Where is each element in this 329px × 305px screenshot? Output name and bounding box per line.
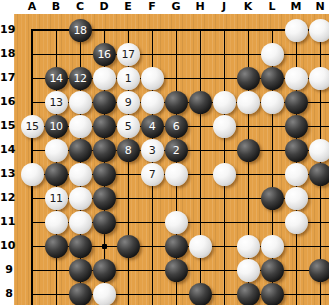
stone-white-K9[interactable] bbox=[237, 259, 260, 282]
col-label-M: M bbox=[286, 0, 306, 14]
stone-black-L12[interactable] bbox=[261, 187, 284, 210]
col-label-G: G bbox=[166, 0, 186, 14]
move-number-3: 3 bbox=[141, 139, 164, 162]
col-label-F: F bbox=[142, 0, 162, 14]
go-board-app: ABCDEFGHJKLMN 1918171615141312111098 181… bbox=[0, 0, 329, 305]
stone-white-G11[interactable] bbox=[165, 211, 188, 234]
stone-white-L10[interactable] bbox=[261, 235, 284, 258]
stone-white-B14[interactable] bbox=[45, 139, 68, 162]
stone-black-M14[interactable] bbox=[285, 139, 308, 162]
move-number-1: 1 bbox=[117, 67, 140, 90]
stone-black-L9[interactable] bbox=[261, 259, 284, 282]
stone-black-M15[interactable] bbox=[285, 115, 308, 138]
stone-white-F16[interactable] bbox=[141, 91, 164, 114]
move-number-13: 13 bbox=[45, 91, 68, 114]
stone-white-H10[interactable] bbox=[189, 235, 212, 258]
col-label-A: A bbox=[22, 0, 42, 14]
row-label-11: 11 bbox=[0, 215, 13, 229]
stone-white-B16[interactable]: 13 bbox=[45, 91, 68, 114]
move-number-16: 16 bbox=[93, 43, 116, 66]
grid-line-row-18 bbox=[31, 54, 329, 55]
grid-line-col-H bbox=[200, 29, 201, 305]
stone-black-B10[interactable] bbox=[45, 235, 68, 258]
stone-black-B15[interactable]: 10 bbox=[45, 115, 68, 138]
col-label-E: E bbox=[118, 0, 138, 14]
move-number-9: 9 bbox=[117, 91, 140, 114]
go-board[interactable]: 181617141211391510546832711 bbox=[14, 14, 329, 305]
stone-white-G13[interactable] bbox=[165, 163, 188, 186]
row-label-14: 14 bbox=[0, 143, 13, 157]
stone-black-B13[interactable] bbox=[45, 163, 68, 186]
stone-black-D15[interactable] bbox=[93, 115, 116, 138]
stone-white-F14[interactable]: 3 bbox=[141, 139, 164, 162]
stone-white-L16[interactable] bbox=[261, 91, 284, 114]
col-label-N: N bbox=[310, 0, 329, 14]
row-label-16: 16 bbox=[0, 95, 13, 109]
stone-white-K16[interactable] bbox=[237, 91, 260, 114]
row-label-18: 18 bbox=[0, 47, 13, 61]
move-number-2: 2 bbox=[165, 139, 188, 162]
row-label-15: 15 bbox=[0, 119, 13, 133]
stone-black-H8[interactable] bbox=[189, 283, 212, 305]
col-label-D: D bbox=[94, 0, 114, 14]
stone-black-D9[interactable] bbox=[93, 259, 116, 282]
stone-white-L18[interactable] bbox=[261, 43, 284, 66]
row-label-8: 8 bbox=[0, 287, 13, 301]
stone-black-D13[interactable] bbox=[93, 163, 116, 186]
stone-white-E15[interactable]: 5 bbox=[117, 115, 140, 138]
row-label-12: 12 bbox=[0, 191, 13, 205]
stone-black-G10[interactable] bbox=[165, 235, 188, 258]
move-number-14: 14 bbox=[45, 67, 68, 90]
stone-black-H16[interactable] bbox=[189, 91, 212, 114]
stone-white-F17[interactable] bbox=[141, 67, 164, 90]
stone-black-K8[interactable] bbox=[237, 283, 260, 305]
col-label-K: K bbox=[238, 0, 258, 14]
move-number-17: 17 bbox=[117, 43, 140, 66]
move-number-8: 8 bbox=[117, 139, 140, 162]
col-label-L: L bbox=[262, 0, 282, 14]
stone-white-J15[interactable] bbox=[213, 115, 236, 138]
stone-black-G15[interactable]: 6 bbox=[165, 115, 188, 138]
stone-black-C17[interactable]: 12 bbox=[69, 67, 92, 90]
stone-white-C15[interactable] bbox=[69, 115, 92, 138]
stone-white-J16[interactable] bbox=[213, 91, 236, 114]
stone-white-D8[interactable] bbox=[93, 283, 116, 305]
stone-white-C12[interactable] bbox=[69, 187, 92, 210]
stone-white-D17[interactable] bbox=[93, 67, 116, 90]
stone-white-N17[interactable] bbox=[309, 67, 329, 90]
row-label-13: 13 bbox=[0, 167, 13, 181]
stone-black-G16[interactable] bbox=[165, 91, 188, 114]
stone-white-F13[interactable]: 7 bbox=[141, 163, 164, 186]
stone-black-N13[interactable] bbox=[309, 163, 329, 186]
stone-white-J13[interactable] bbox=[213, 163, 236, 186]
stone-black-B17[interactable]: 14 bbox=[45, 67, 68, 90]
stone-black-F15[interactable]: 4 bbox=[141, 115, 164, 138]
col-label-H: H bbox=[190, 0, 210, 14]
stone-black-L8[interactable] bbox=[261, 283, 284, 305]
stone-white-M17[interactable] bbox=[285, 67, 308, 90]
stone-white-M11[interactable] bbox=[285, 211, 308, 234]
stone-white-B12[interactable]: 11 bbox=[45, 187, 68, 210]
stone-black-D14[interactable] bbox=[93, 139, 116, 162]
stone-black-D18[interactable]: 16 bbox=[93, 43, 116, 66]
move-number-12: 12 bbox=[69, 67, 92, 90]
stone-white-E18[interactable]: 17 bbox=[117, 43, 140, 66]
stone-black-C19[interactable]: 18 bbox=[69, 19, 92, 42]
stone-black-D16[interactable] bbox=[93, 91, 116, 114]
stone-black-C9[interactable] bbox=[69, 259, 92, 282]
stone-white-C11[interactable] bbox=[69, 211, 92, 234]
stone-black-N9[interactable] bbox=[309, 259, 329, 282]
move-number-11: 11 bbox=[45, 187, 68, 210]
stone-white-N14[interactable] bbox=[309, 139, 329, 162]
move-number-10: 10 bbox=[45, 115, 68, 138]
row-labels-ruler: 1918171615141312111098 bbox=[0, 14, 14, 305]
stone-black-C8[interactable] bbox=[69, 283, 92, 305]
stone-black-E14[interactable]: 8 bbox=[117, 139, 140, 162]
move-number-5: 5 bbox=[117, 115, 140, 138]
stone-black-K17[interactable] bbox=[237, 67, 260, 90]
stone-black-C10[interactable] bbox=[69, 235, 92, 258]
stone-white-M19[interactable] bbox=[285, 19, 308, 42]
stone-white-C13[interactable] bbox=[69, 163, 92, 186]
stone-black-K14[interactable] bbox=[237, 139, 260, 162]
stone-white-M13[interactable] bbox=[285, 163, 308, 186]
move-number-15: 15 bbox=[21, 115, 44, 138]
move-number-6: 6 bbox=[165, 115, 188, 138]
row-label-9: 9 bbox=[0, 263, 13, 277]
stone-white-A13[interactable] bbox=[21, 163, 44, 186]
move-number-4: 4 bbox=[141, 115, 164, 138]
move-number-18: 18 bbox=[69, 19, 92, 42]
row-label-17: 17 bbox=[0, 71, 13, 85]
stone-white-C16[interactable] bbox=[69, 91, 92, 114]
stone-black-D11[interactable] bbox=[93, 211, 116, 234]
column-labels-ruler: ABCDEFGHJKLMN bbox=[0, 0, 329, 14]
stone-black-D12[interactable] bbox=[93, 187, 116, 210]
stone-black-M16[interactable] bbox=[285, 91, 308, 114]
row-label-10: 10 bbox=[0, 239, 13, 253]
star-point-D10 bbox=[102, 244, 107, 249]
stone-black-C14[interactable] bbox=[69, 139, 92, 162]
stone-black-E10[interactable] bbox=[117, 235, 140, 258]
stone-white-M12[interactable] bbox=[285, 187, 308, 210]
col-label-J: J bbox=[214, 0, 234, 14]
stone-white-N19[interactable] bbox=[309, 19, 329, 42]
stone-white-E17[interactable]: 1 bbox=[117, 67, 140, 90]
stone-white-A15[interactable]: 15 bbox=[21, 115, 44, 138]
move-number-7: 7 bbox=[141, 163, 164, 186]
stone-black-G9[interactable] bbox=[165, 259, 188, 282]
row-label-19: 19 bbox=[0, 23, 13, 37]
stone-white-B11[interactable] bbox=[45, 211, 68, 234]
stone-black-G14[interactable]: 2 bbox=[165, 139, 188, 162]
stone-white-E16[interactable]: 9 bbox=[117, 91, 140, 114]
stone-black-L17[interactable] bbox=[261, 67, 284, 90]
stone-white-K10[interactable] bbox=[237, 235, 260, 258]
col-label-C: C bbox=[70, 0, 90, 14]
col-label-B: B bbox=[46, 0, 66, 14]
